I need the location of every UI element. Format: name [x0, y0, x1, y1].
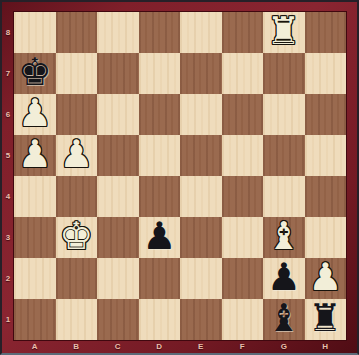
white-pawn[interactable]: ♟ — [59, 135, 93, 175]
square-f4[interactable] — [222, 176, 264, 217]
square-d3[interactable]: ♟ — [139, 217, 181, 258]
square-g1[interactable]: ♝ — [263, 299, 305, 340]
square-h7[interactable] — [305, 53, 347, 94]
white-pawn[interactable]: ♟ — [18, 135, 52, 175]
square-f8[interactable] — [222, 12, 264, 53]
square-a8[interactable] — [14, 12, 56, 53]
black-pawn[interactable]: ♟ — [142, 217, 176, 257]
square-d4[interactable] — [139, 176, 181, 217]
square-f7[interactable] — [222, 53, 264, 94]
square-e7[interactable] — [180, 53, 222, 94]
white-bishop[interactable]: ♝ — [267, 217, 301, 257]
square-d1[interactable] — [139, 299, 181, 340]
rank-label-2: 2 — [2, 258, 14, 299]
square-e2[interactable] — [180, 258, 222, 299]
square-g2[interactable]: ♟ — [263, 258, 305, 299]
square-c7[interactable] — [97, 53, 139, 94]
square-e3[interactable] — [180, 217, 222, 258]
square-c2[interactable] — [97, 258, 139, 299]
black-bishop[interactable]: ♝ — [267, 299, 301, 339]
square-f5[interactable] — [222, 135, 264, 176]
square-b5[interactable]: ♟ — [56, 135, 98, 176]
square-b8[interactable] — [56, 12, 98, 53]
file-label-e: E — [180, 340, 222, 353]
rank-label-5: 5 — [2, 135, 14, 176]
square-h8[interactable] — [305, 12, 347, 53]
rank-labels: 87654321 — [2, 12, 14, 340]
rank-label-4: 4 — [2, 176, 14, 217]
black-king[interactable]: ♚ — [18, 53, 52, 93]
square-g7[interactable] — [263, 53, 305, 94]
square-b6[interactable] — [56, 94, 98, 135]
square-h4[interactable] — [305, 176, 347, 217]
square-c1[interactable] — [97, 299, 139, 340]
square-b4[interactable] — [56, 176, 98, 217]
square-e5[interactable] — [180, 135, 222, 176]
square-a5[interactable]: ♟ — [14, 135, 56, 176]
rank-label-7: 7 — [2, 53, 14, 94]
white-king[interactable]: ♚ — [59, 217, 93, 257]
square-f2[interactable] — [222, 258, 264, 299]
file-labels: ABCDEFGH — [14, 340, 346, 353]
square-f6[interactable] — [222, 94, 264, 135]
square-d6[interactable] — [139, 94, 181, 135]
square-h5[interactable] — [305, 135, 347, 176]
rank-label-1: 1 — [2, 299, 14, 340]
square-e4[interactable] — [180, 176, 222, 217]
file-label-d: D — [139, 340, 181, 353]
white-pawn[interactable]: ♟ — [308, 258, 342, 298]
square-a3[interactable] — [14, 217, 56, 258]
square-c6[interactable] — [97, 94, 139, 135]
black-pawn[interactable]: ♟ — [267, 258, 301, 298]
square-g8[interactable]: ♜ — [263, 12, 305, 53]
square-h2[interactable]: ♟ — [305, 258, 347, 299]
white-rook[interactable]: ♜ — [267, 12, 301, 52]
rank-label-8: 8 — [2, 12, 14, 53]
square-f3[interactable] — [222, 217, 264, 258]
square-b7[interactable] — [56, 53, 98, 94]
square-d8[interactable] — [139, 12, 181, 53]
square-d5[interactable] — [139, 135, 181, 176]
square-c8[interactable] — [97, 12, 139, 53]
square-a6[interactable]: ♟ — [14, 94, 56, 135]
square-c5[interactable] — [97, 135, 139, 176]
square-g6[interactable] — [263, 94, 305, 135]
file-label-g: G — [263, 340, 305, 353]
square-g4[interactable] — [263, 176, 305, 217]
file-label-a: A — [14, 340, 56, 353]
file-label-c: C — [97, 340, 139, 353]
square-g3[interactable]: ♝ — [263, 217, 305, 258]
square-c4[interactable] — [97, 176, 139, 217]
square-d2[interactable] — [139, 258, 181, 299]
square-f1[interactable] — [222, 299, 264, 340]
board-frame: 87654321 ♜♚♟♟♟♚♟♝♟♟♝♜ ABCDEFGH — [0, 0, 359, 355]
file-label-b: B — [56, 340, 98, 353]
square-e8[interactable] — [180, 12, 222, 53]
rank-label-6: 6 — [2, 94, 14, 135]
square-e6[interactable] — [180, 94, 222, 135]
rank-label-3: 3 — [2, 217, 14, 258]
square-b3[interactable]: ♚ — [56, 217, 98, 258]
file-label-f: F — [222, 340, 264, 353]
square-d7[interactable] — [139, 53, 181, 94]
square-b1[interactable] — [56, 299, 98, 340]
square-h1[interactable]: ♜ — [305, 299, 347, 340]
square-h3[interactable] — [305, 217, 347, 258]
square-b2[interactable] — [56, 258, 98, 299]
square-a4[interactable] — [14, 176, 56, 217]
square-h6[interactable] — [305, 94, 347, 135]
square-a2[interactable] — [14, 258, 56, 299]
chess-board[interactable]: ♜♚♟♟♟♚♟♝♟♟♝♜ — [14, 12, 346, 340]
square-g5[interactable] — [263, 135, 305, 176]
black-rook[interactable]: ♜ — [308, 299, 342, 339]
square-c3[interactable] — [97, 217, 139, 258]
square-a7[interactable]: ♚ — [14, 53, 56, 94]
square-e1[interactable] — [180, 299, 222, 340]
square-a1[interactable] — [14, 299, 56, 340]
white-pawn[interactable]: ♟ — [18, 94, 52, 134]
file-label-h: H — [305, 340, 347, 353]
